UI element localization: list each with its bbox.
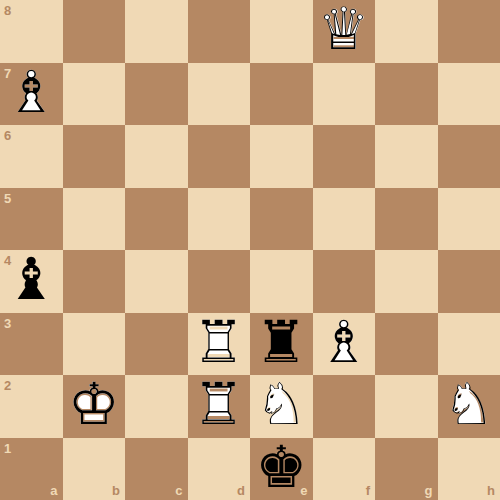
square-a8[interactable]: 8 <box>0 0 63 63</box>
square-g3[interactable] <box>375 313 438 376</box>
black-bishop-glyph: ♝ <box>5 250 57 308</box>
square-a7[interactable]: 7♝♗ <box>0 63 63 126</box>
black-rook-glyph: ♜ <box>255 312 307 370</box>
white-queen-outline-glyph: ♕ <box>318 0 370 58</box>
square-d8[interactable] <box>188 0 251 63</box>
square-h6[interactable] <box>438 125 500 188</box>
square-g4[interactable] <box>375 250 438 313</box>
file-label-f: f <box>366 484 370 497</box>
square-b2[interactable]: ♚♔ <box>63 375 126 438</box>
square-g2[interactable] <box>375 375 438 438</box>
square-h8[interactable] <box>438 0 500 63</box>
square-c7[interactable] <box>125 63 188 126</box>
square-c2[interactable] <box>125 375 188 438</box>
square-d7[interactable] <box>188 63 251 126</box>
square-g8[interactable] <box>375 0 438 63</box>
square-d1[interactable]: d <box>188 438 251 500</box>
rank-label-1: 1 <box>4 442 11 455</box>
black-bishop-a4[interactable]: ♝ <box>0 250 63 313</box>
square-g6[interactable] <box>375 125 438 188</box>
square-e7[interactable] <box>250 63 313 126</box>
rank-label-8: 8 <box>4 4 11 17</box>
square-c8[interactable] <box>125 0 188 63</box>
white-queen-f8[interactable]: ♛♕ <box>313 0 376 63</box>
file-label-d: d <box>237 484 245 497</box>
square-b4[interactable] <box>63 250 126 313</box>
square-f5[interactable] <box>313 188 376 251</box>
square-g5[interactable] <box>375 188 438 251</box>
square-f1[interactable]: f <box>313 438 376 500</box>
white-bishop-a7[interactable]: ♝♗ <box>0 63 63 126</box>
square-c1[interactable]: c <box>125 438 188 500</box>
square-d5[interactable] <box>188 188 251 251</box>
white-bishop-f3[interactable]: ♝♗ <box>313 313 376 376</box>
square-f8[interactable]: ♛♕ <box>313 0 376 63</box>
square-d3[interactable]: ♜♖ <box>188 313 251 376</box>
white-rook-outline-glyph: ♖ <box>193 312 245 370</box>
square-b6[interactable] <box>63 125 126 188</box>
black-rook-e3[interactable]: ♜ <box>250 313 313 376</box>
square-b8[interactable] <box>63 0 126 63</box>
square-b1[interactable]: b <box>63 438 126 500</box>
square-f7[interactable] <box>313 63 376 126</box>
file-label-c: c <box>175 484 182 497</box>
square-h4[interactable] <box>438 250 500 313</box>
square-a6[interactable]: 6 <box>0 125 63 188</box>
square-b7[interactable] <box>63 63 126 126</box>
square-a4[interactable]: 4♝ <box>0 250 63 313</box>
square-e4[interactable] <box>250 250 313 313</box>
square-f2[interactable] <box>313 375 376 438</box>
square-g7[interactable] <box>375 63 438 126</box>
square-b3[interactable] <box>63 313 126 376</box>
square-d4[interactable] <box>188 250 251 313</box>
square-f4[interactable] <box>313 250 376 313</box>
square-c6[interactable] <box>125 125 188 188</box>
file-label-h: h <box>487 484 495 497</box>
square-c3[interactable] <box>125 313 188 376</box>
square-b5[interactable] <box>63 188 126 251</box>
square-a2[interactable]: 2 <box>0 375 63 438</box>
square-f6[interactable] <box>313 125 376 188</box>
white-bishop-outline-glyph: ♗ <box>318 312 370 370</box>
square-h1[interactable]: h <box>438 438 500 500</box>
square-d2[interactable]: ♜♖ <box>188 375 251 438</box>
white-king-b2[interactable]: ♚♔ <box>63 375 126 438</box>
square-e3[interactable]: ♜ <box>250 313 313 376</box>
square-f3[interactable]: ♝♗ <box>313 313 376 376</box>
rank-label-2: 2 <box>4 379 11 392</box>
white-rook-outline-glyph: ♖ <box>193 375 245 433</box>
white-rook-d3[interactable]: ♜♖ <box>188 313 251 376</box>
file-label-g: g <box>425 484 433 497</box>
rank-label-6: 6 <box>4 129 11 142</box>
chess-board: 8♛♕7♝♗654♝3♜♖♜♝♗2♚♔♜♖♞♘♞♘1abcde♚fgh <box>0 0 500 500</box>
square-c4[interactable] <box>125 250 188 313</box>
white-knight-outline-glyph: ♘ <box>255 375 307 433</box>
square-c5[interactable] <box>125 188 188 251</box>
white-knight-e2[interactable]: ♞♘ <box>250 375 313 438</box>
file-label-b: b <box>112 484 120 497</box>
square-e6[interactable] <box>250 125 313 188</box>
square-h2[interactable]: ♞♘ <box>438 375 500 438</box>
square-e8[interactable] <box>250 0 313 63</box>
square-e5[interactable] <box>250 188 313 251</box>
file-label-a: a <box>50 484 57 497</box>
square-a5[interactable]: 5 <box>0 188 63 251</box>
square-a3[interactable]: 3 <box>0 313 63 376</box>
square-a1[interactable]: 1a <box>0 438 63 500</box>
square-g1[interactable]: g <box>375 438 438 500</box>
square-e1[interactable]: e♚ <box>250 438 313 500</box>
square-h5[interactable] <box>438 188 500 251</box>
square-h7[interactable] <box>438 63 500 126</box>
white-king-outline-glyph: ♔ <box>68 375 120 433</box>
square-e2[interactable]: ♞♘ <box>250 375 313 438</box>
white-rook-d2[interactable]: ♜♖ <box>188 375 251 438</box>
rank-label-3: 3 <box>4 317 11 330</box>
white-knight-outline-glyph: ♘ <box>443 375 495 433</box>
white-knight-h2[interactable]: ♞♘ <box>438 375 500 438</box>
black-king-glyph: ♚ <box>255 437 307 495</box>
rank-label-5: 5 <box>4 192 11 205</box>
white-bishop-outline-glyph: ♗ <box>5 62 57 120</box>
black-king-e1[interactable]: ♚ <box>250 438 313 500</box>
square-d6[interactable] <box>188 125 251 188</box>
square-h3[interactable] <box>438 313 500 376</box>
